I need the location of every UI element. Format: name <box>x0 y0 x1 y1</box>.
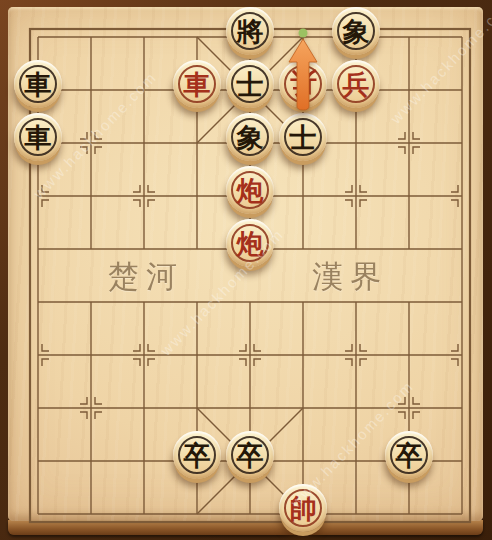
watermark-text: www.hackhome.com <box>30 68 160 202</box>
watermark-text: www.hackhome.com <box>287 377 417 511</box>
watermark-layer: www.hackhome.comwww.hackhome.comwww.hack… <box>0 0 492 540</box>
watermark-text: www.hackhome.com <box>157 225 287 359</box>
watermark-text: www.hackhome.com <box>387 0 492 127</box>
xiangqi-app: 楚河 漢界 車車將士士象象卒卒卒車兵兵炮炮帥 www.hackhome.comw… <box>0 0 492 540</box>
